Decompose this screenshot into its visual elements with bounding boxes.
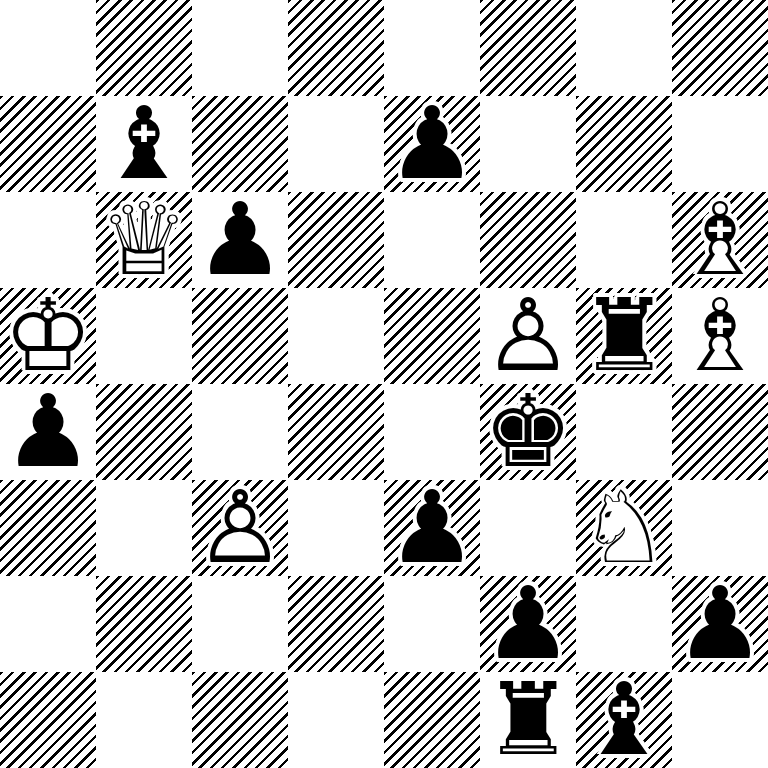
piece-black-pawn[interactable]: ♟♟ [480,576,576,672]
square-d6[interactable] [288,192,384,288]
square-a7[interactable] [0,96,96,192]
piece-ink: ♟ [672,576,768,672]
square-c7[interactable] [192,96,288,192]
square-h5[interactable]: ♝♗ [672,288,768,384]
square-b7[interactable]: ♝♝ [96,96,192,192]
piece-ink: ♙ [480,288,576,384]
square-b8[interactable] [96,0,192,96]
square-d7[interactable] [288,96,384,192]
square-e4[interactable] [384,384,480,480]
square-g6[interactable] [576,192,672,288]
piece-white-pawn[interactable]: ♟♙ [192,480,288,576]
square-e3[interactable]: ♟♟ [384,480,480,576]
piece-ink: ♙ [192,480,288,576]
square-h7[interactable] [672,96,768,192]
piece-ink: ♜ [576,288,672,384]
square-c2[interactable] [192,576,288,672]
piece-black-pawn[interactable]: ♟♟ [0,384,96,480]
square-h3[interactable] [672,480,768,576]
square-f4[interactable]: ♚♚ [480,384,576,480]
piece-white-pawn[interactable]: ♟♙ [480,288,576,384]
square-c5[interactable] [192,288,288,384]
square-f7[interactable] [480,96,576,192]
piece-white-king[interactable]: ♚♔ [0,288,96,384]
piece-halo: ♟ [672,576,768,672]
piece-white-bishop[interactable]: ♝♗ [672,288,768,384]
piece-black-bishop[interactable]: ♝♝ [96,96,192,192]
piece-halo: ♟ [0,384,96,480]
square-g7[interactable] [576,96,672,192]
square-c4[interactable] [192,384,288,480]
square-b4[interactable] [96,384,192,480]
square-h4[interactable] [672,384,768,480]
square-c3[interactable]: ♟♙ [192,480,288,576]
piece-black-pawn[interactable]: ♟♟ [192,192,288,288]
piece-ink: ♕ [96,192,192,288]
piece-halo: ♛ [96,192,192,288]
piece-ink: ♟ [384,96,480,192]
piece-ink: ♟ [480,576,576,672]
piece-ink: ♚ [480,384,576,480]
square-f1[interactable]: ♜♜ [480,672,576,768]
square-a5[interactable]: ♚♔ [0,288,96,384]
square-b3[interactable] [96,480,192,576]
square-h1[interactable] [672,672,768,768]
square-a6[interactable] [0,192,96,288]
piece-ink: ♟ [384,480,480,576]
chess-board: ♝♝♟♟♛♕♟♟♝♗♚♔♟♙♜♜♝♗♟♟♚♚♟♙♟♟♞♘♟♟♟♟♜♜♝♝ [0,0,768,768]
square-b2[interactable] [96,576,192,672]
square-a8[interactable] [0,0,96,96]
piece-halo: ♝ [576,672,672,768]
piece-ink: ♟ [192,192,288,288]
square-h2[interactable]: ♟♟ [672,576,768,672]
square-h6[interactable]: ♝♗ [672,192,768,288]
square-f2[interactable]: ♟♟ [480,576,576,672]
square-d4[interactable] [288,384,384,480]
piece-halo: ♜ [576,288,672,384]
square-b5[interactable] [96,288,192,384]
piece-white-bishop[interactable]: ♝♗ [672,192,768,288]
square-d8[interactable] [288,0,384,96]
square-d3[interactable] [288,480,384,576]
piece-black-king[interactable]: ♚♚ [480,384,576,480]
square-d5[interactable] [288,288,384,384]
square-f5[interactable]: ♟♙ [480,288,576,384]
square-c6[interactable]: ♟♟ [192,192,288,288]
piece-halo: ♚ [0,288,96,384]
square-f6[interactable] [480,192,576,288]
piece-ink: ♝ [576,672,672,768]
piece-black-bishop[interactable]: ♝♝ [576,672,672,768]
square-f8[interactable] [480,0,576,96]
square-b1[interactable] [96,672,192,768]
square-e8[interactable] [384,0,480,96]
piece-ink: ♘ [576,480,672,576]
square-e7[interactable]: ♟♟ [384,96,480,192]
square-e1[interactable] [384,672,480,768]
piece-halo: ♝ [672,192,768,288]
square-c8[interactable] [192,0,288,96]
square-d2[interactable] [288,576,384,672]
piece-halo: ♟ [480,576,576,672]
piece-halo: ♜ [480,672,576,768]
piece-black-pawn[interactable]: ♟♟ [384,480,480,576]
piece-halo: ♟ [384,480,480,576]
piece-ink: ♝ [96,96,192,192]
piece-halo: ♚ [480,384,576,480]
square-g1[interactable]: ♝♝ [576,672,672,768]
piece-halo: ♟ [192,480,288,576]
square-b6[interactable]: ♛♕ [96,192,192,288]
piece-halo: ♟ [192,192,288,288]
piece-white-knight[interactable]: ♞♘ [576,480,672,576]
square-a3[interactable] [0,480,96,576]
piece-black-rook[interactable]: ♜♜ [576,288,672,384]
piece-ink: ♗ [672,192,768,288]
square-a4[interactable]: ♟♟ [0,384,96,480]
square-d1[interactable] [288,672,384,768]
piece-halo: ♟ [480,288,576,384]
piece-halo: ♝ [672,288,768,384]
square-h8[interactable] [672,0,768,96]
square-e5[interactable] [384,288,480,384]
piece-ink: ♜ [480,672,576,768]
piece-ink: ♗ [672,288,768,384]
square-a1[interactable] [0,672,96,768]
piece-halo: ♞ [576,480,672,576]
piece-ink: ♔ [0,288,96,384]
square-g8[interactable] [576,0,672,96]
piece-black-rook[interactable]: ♜♜ [480,672,576,768]
square-g4[interactable] [576,384,672,480]
square-c1[interactable] [192,672,288,768]
piece-halo: ♟ [384,96,480,192]
square-f3[interactable] [480,480,576,576]
piece-halo: ♝ [96,96,192,192]
piece-black-pawn[interactable]: ♟♟ [384,96,480,192]
square-g3[interactable]: ♞♘ [576,480,672,576]
piece-white-queen[interactable]: ♛♕ [96,192,192,288]
square-a2[interactable] [0,576,96,672]
piece-black-pawn[interactable]: ♟♟ [672,576,768,672]
square-g2[interactable] [576,576,672,672]
piece-ink: ♟ [0,384,96,480]
square-e6[interactable] [384,192,480,288]
square-e2[interactable] [384,576,480,672]
square-g5[interactable]: ♜♜ [576,288,672,384]
